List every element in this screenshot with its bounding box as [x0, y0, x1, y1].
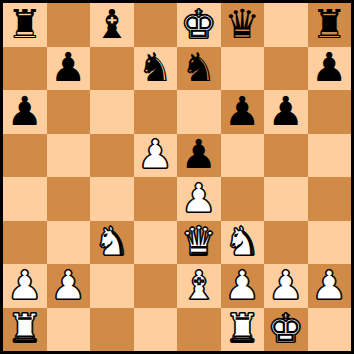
square-e7[interactable]: ♞ — [177, 47, 221, 91]
square-d3[interactable] — [134, 221, 178, 265]
square-e6[interactable] — [177, 90, 221, 134]
square-a4[interactable] — [3, 177, 47, 221]
square-g6[interactable]: ♟ — [264, 90, 308, 134]
black-rook-piece[interactable]: ♜ — [7, 4, 43, 44]
square-e3[interactable]: ♛ — [177, 221, 221, 265]
square-h2[interactable]: ♟ — [308, 264, 352, 308]
square-d4[interactable] — [134, 177, 178, 221]
square-a3[interactable] — [3, 221, 47, 265]
square-c2[interactable] — [90, 264, 134, 308]
square-g4[interactable] — [264, 177, 308, 221]
white-bishop-piece[interactable]: ♝ — [181, 265, 217, 305]
white-pawn-piece[interactable]: ♟ — [268, 265, 304, 305]
chessboard: ♜♝♚♛♜♟♞♞♟♟♟♟♟♟♟♞♛♞♟♟♝♟♟♟♜♜♚ — [3, 3, 351, 351]
white-knight-piece[interactable]: ♞ — [224, 221, 260, 261]
square-g5[interactable] — [264, 134, 308, 178]
white-pawn-piece[interactable]: ♟ — [181, 178, 217, 218]
square-e8[interactable]: ♚ — [177, 3, 221, 47]
square-d2[interactable] — [134, 264, 178, 308]
black-queen-piece[interactable]: ♛ — [224, 4, 260, 44]
square-b6[interactable] — [47, 90, 91, 134]
square-e2[interactable]: ♝ — [177, 264, 221, 308]
square-b1[interactable] — [47, 308, 91, 352]
white-pawn-piece[interactable]: ♟ — [224, 265, 260, 305]
square-a6[interactable]: ♟ — [3, 90, 47, 134]
square-c5[interactable] — [90, 134, 134, 178]
square-f8[interactable]: ♛ — [221, 3, 265, 47]
black-pawn-piece[interactable]: ♟ — [7, 91, 43, 131]
white-pawn-piece[interactable]: ♟ — [137, 134, 173, 174]
square-c7[interactable] — [90, 47, 134, 91]
square-g3[interactable] — [264, 221, 308, 265]
square-f4[interactable] — [221, 177, 265, 221]
square-c4[interactable] — [90, 177, 134, 221]
square-a7[interactable] — [3, 47, 47, 91]
black-pawn-piece[interactable]: ♟ — [50, 47, 86, 87]
square-f3[interactable]: ♞ — [221, 221, 265, 265]
black-bishop-piece[interactable]: ♝ — [94, 4, 130, 44]
square-b7[interactable]: ♟ — [47, 47, 91, 91]
square-b8[interactable] — [47, 3, 91, 47]
white-king-piece[interactable]: ♚ — [268, 308, 304, 348]
square-d6[interactable] — [134, 90, 178, 134]
square-b2[interactable]: ♟ — [47, 264, 91, 308]
square-g2[interactable]: ♟ — [264, 264, 308, 308]
square-f6[interactable]: ♟ — [221, 90, 265, 134]
square-f1[interactable]: ♜ — [221, 308, 265, 352]
square-h3[interactable] — [308, 221, 352, 265]
white-pawn-piece[interactable]: ♟ — [50, 265, 86, 305]
square-d7[interactable]: ♞ — [134, 47, 178, 91]
square-d8[interactable] — [134, 3, 178, 47]
square-f7[interactable] — [221, 47, 265, 91]
white-pawn-piece[interactable]: ♟ — [311, 265, 347, 305]
black-pawn-piece[interactable]: ♟ — [311, 47, 347, 87]
square-g1[interactable]: ♚ — [264, 308, 308, 352]
square-h1[interactable] — [308, 308, 352, 352]
square-c6[interactable] — [90, 90, 134, 134]
square-f2[interactable]: ♟ — [221, 264, 265, 308]
white-rook-piece[interactable]: ♜ — [7, 308, 43, 348]
square-h5[interactable] — [308, 134, 352, 178]
square-e5[interactable]: ♟ — [177, 134, 221, 178]
square-h6[interactable] — [308, 90, 352, 134]
square-d5[interactable]: ♟ — [134, 134, 178, 178]
square-b3[interactable] — [47, 221, 91, 265]
square-e1[interactable] — [177, 308, 221, 352]
square-h4[interactable] — [308, 177, 352, 221]
square-a5[interactable] — [3, 134, 47, 178]
square-h7[interactable]: ♟ — [308, 47, 352, 91]
square-a8[interactable]: ♜ — [3, 3, 47, 47]
black-pawn-piece[interactable]: ♟ — [268, 91, 304, 131]
square-b4[interactable] — [47, 177, 91, 221]
black-rook-piece[interactable]: ♜ — [311, 4, 347, 44]
square-c1[interactable] — [90, 308, 134, 352]
white-rook-piece[interactable]: ♜ — [224, 308, 260, 348]
black-pawn-piece[interactable]: ♟ — [224, 91, 260, 131]
white-knight-piece[interactable]: ♞ — [94, 221, 130, 261]
square-c8[interactable]: ♝ — [90, 3, 134, 47]
chessboard-frame: ♜♝♚♛♜♟♞♞♟♟♟♟♟♟♟♞♛♞♟♟♝♟♟♟♜♜♚ — [0, 0, 354, 354]
black-pawn-piece[interactable]: ♟ — [181, 134, 217, 174]
square-d1[interactable] — [134, 308, 178, 352]
square-a2[interactable]: ♟ — [3, 264, 47, 308]
square-e4[interactable]: ♟ — [177, 177, 221, 221]
white-pawn-piece[interactable]: ♟ — [7, 265, 43, 305]
white-queen-piece[interactable]: ♛ — [181, 221, 217, 261]
square-c3[interactable]: ♞ — [90, 221, 134, 265]
square-a1[interactable]: ♜ — [3, 308, 47, 352]
black-knight-piece[interactable]: ♞ — [137, 47, 173, 87]
square-f5[interactable] — [221, 134, 265, 178]
white-king-piece[interactable]: ♚ — [181, 4, 217, 44]
square-b5[interactable] — [47, 134, 91, 178]
square-g8[interactable] — [264, 3, 308, 47]
square-h8[interactable]: ♜ — [308, 3, 352, 47]
black-knight-piece[interactable]: ♞ — [181, 47, 217, 87]
square-g7[interactable] — [264, 47, 308, 91]
